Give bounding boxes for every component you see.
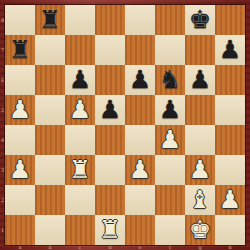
square-d8[interactable] xyxy=(95,5,125,35)
piece-white-rook-c3[interactable]: ♜ xyxy=(69,155,91,185)
square-h1[interactable] xyxy=(215,215,245,245)
square-d6[interactable] xyxy=(95,65,125,95)
piece-white-pawn-e3[interactable]: ♟ xyxy=(129,155,151,185)
file-label-g: g xyxy=(185,244,215,250)
piece-white-pawn-a3[interactable]: ♟ xyxy=(9,155,31,185)
piece-black-rook-b8[interactable]: ♜ xyxy=(39,5,61,35)
square-h7[interactable]: ♟ xyxy=(215,35,245,65)
square-g2[interactable]: ♝ xyxy=(185,185,215,215)
square-a3[interactable]: ♟ xyxy=(5,155,35,185)
square-c6[interactable]: ♟ xyxy=(65,65,95,95)
piece-white-pawn-a5[interactable]: ♟ xyxy=(9,95,31,125)
piece-white-king-g1[interactable]: ♚ xyxy=(189,215,211,245)
piece-white-pawn-g3[interactable]: ♟ xyxy=(189,155,211,185)
square-c3[interactable]: ♜ xyxy=(65,155,95,185)
file-label-c: c xyxy=(65,244,95,250)
piece-white-pawn-c5[interactable]: ♟ xyxy=(69,95,91,125)
piece-black-rook-a7[interactable]: ♜ xyxy=(9,35,31,65)
square-g8[interactable]: ♚ xyxy=(185,5,215,35)
square-c8[interactable] xyxy=(65,5,95,35)
square-e4[interactable] xyxy=(125,125,155,155)
square-e1[interactable] xyxy=(125,215,155,245)
square-b3[interactable] xyxy=(35,155,65,185)
square-b1[interactable] xyxy=(35,215,65,245)
square-d1[interactable]: ♜ xyxy=(95,215,125,245)
square-d2[interactable] xyxy=(95,185,125,215)
square-a6[interactable] xyxy=(5,65,35,95)
piece-white-pawn-h2[interactable]: ♟ xyxy=(219,185,241,215)
square-c4[interactable] xyxy=(65,125,95,155)
square-f7[interactable] xyxy=(155,35,185,65)
rank-label-1: 1 xyxy=(0,215,5,245)
square-h8[interactable] xyxy=(215,5,245,35)
square-h3[interactable] xyxy=(215,155,245,185)
chess-board: ♜♚♜♟♟♟♞♟♟♟♟♟♟♟♜♟♟♝♟♜♚ xyxy=(5,5,245,245)
square-h5[interactable] xyxy=(215,95,245,125)
piece-black-king-g8[interactable]: ♚ xyxy=(189,5,211,35)
square-d3[interactable] xyxy=(95,155,125,185)
square-a1[interactable] xyxy=(5,215,35,245)
square-f4[interactable]: ♟ xyxy=(155,125,185,155)
square-b4[interactable] xyxy=(35,125,65,155)
square-a2[interactable] xyxy=(5,185,35,215)
piece-black-knight-f6[interactable]: ♞ xyxy=(159,65,181,95)
square-e5[interactable] xyxy=(125,95,155,125)
square-c7[interactable] xyxy=(65,35,95,65)
piece-white-pawn-f4[interactable]: ♟ xyxy=(159,125,181,155)
piece-black-pawn-g6[interactable]: ♟ xyxy=(189,65,211,95)
square-g1[interactable]: ♚ xyxy=(185,215,215,245)
square-f5[interactable]: ♟ xyxy=(155,95,185,125)
rank-label-7: 7 xyxy=(0,35,5,65)
square-f8[interactable] xyxy=(155,5,185,35)
square-b7[interactable] xyxy=(35,35,65,65)
square-f6[interactable]: ♞ xyxy=(155,65,185,95)
square-e3[interactable]: ♟ xyxy=(125,155,155,185)
square-d7[interactable] xyxy=(95,35,125,65)
piece-white-bishop-g2[interactable]: ♝ xyxy=(189,185,211,215)
piece-black-pawn-c6[interactable]: ♟ xyxy=(69,65,91,95)
square-c2[interactable] xyxy=(65,185,95,215)
square-b2[interactable] xyxy=(35,185,65,215)
piece-white-rook-d1[interactable]: ♜ xyxy=(99,215,121,245)
square-h2[interactable]: ♟ xyxy=(215,185,245,215)
square-a8[interactable] xyxy=(5,5,35,35)
file-label-f: f xyxy=(155,244,185,250)
square-e7[interactable] xyxy=(125,35,155,65)
rank-label-8: 8 xyxy=(0,5,5,35)
square-e8[interactable] xyxy=(125,5,155,35)
square-f1[interactable] xyxy=(155,215,185,245)
square-b5[interactable] xyxy=(35,95,65,125)
square-a4[interactable] xyxy=(5,125,35,155)
square-h6[interactable] xyxy=(215,65,245,95)
piece-black-pawn-d5[interactable]: ♟ xyxy=(99,95,121,125)
square-c1[interactable] xyxy=(65,215,95,245)
piece-black-pawn-f5[interactable]: ♟ xyxy=(159,95,181,125)
square-g6[interactable]: ♟ xyxy=(185,65,215,95)
square-b8[interactable]: ♜ xyxy=(35,5,65,35)
chess-board-frame: ♜♚♜♟♟♟♞♟♟♟♟♟♟♟♜♟♟♝♟♜♚ 87654321abcdefgh xyxy=(0,0,250,250)
rank-label-3: 3 xyxy=(0,155,5,185)
file-label-a: a xyxy=(5,244,35,250)
file-label-e: e xyxy=(125,244,155,250)
square-g4[interactable] xyxy=(185,125,215,155)
square-g3[interactable]: ♟ xyxy=(185,155,215,185)
piece-black-pawn-h7[interactable]: ♟ xyxy=(219,35,241,65)
square-d5[interactable]: ♟ xyxy=(95,95,125,125)
square-f2[interactable] xyxy=(155,185,185,215)
square-a5[interactable]: ♟ xyxy=(5,95,35,125)
file-label-b: b xyxy=(35,244,65,250)
file-label-d: d xyxy=(95,244,125,250)
square-a7[interactable]: ♜ xyxy=(5,35,35,65)
square-g7[interactable] xyxy=(185,35,215,65)
piece-black-pawn-e6[interactable]: ♟ xyxy=(129,65,151,95)
square-c5[interactable]: ♟ xyxy=(65,95,95,125)
rank-label-5: 5 xyxy=(0,95,5,125)
file-label-h: h xyxy=(215,244,245,250)
square-h4[interactable] xyxy=(215,125,245,155)
square-f3[interactable] xyxy=(155,155,185,185)
square-e6[interactable]: ♟ xyxy=(125,65,155,95)
square-d4[interactable] xyxy=(95,125,125,155)
square-b6[interactable] xyxy=(35,65,65,95)
square-e2[interactable] xyxy=(125,185,155,215)
rank-label-4: 4 xyxy=(0,125,5,155)
rank-label-6: 6 xyxy=(0,65,5,95)
square-g5[interactable] xyxy=(185,95,215,125)
rank-label-2: 2 xyxy=(0,185,5,215)
